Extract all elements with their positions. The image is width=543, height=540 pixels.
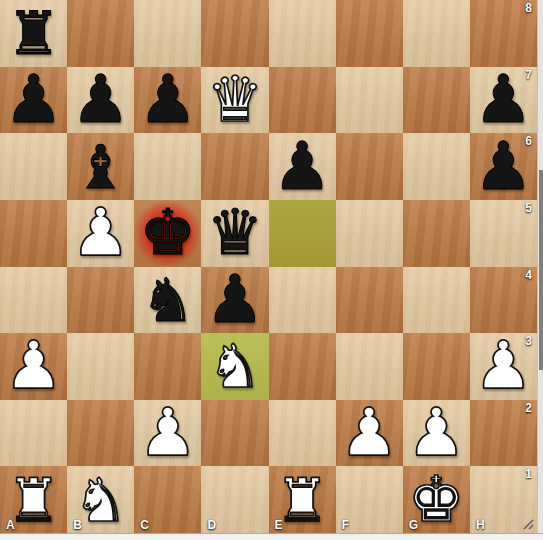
square-b1[interactable]: ♞B [67, 466, 134, 533]
square-c2[interactable]: ♟ [134, 400, 201, 467]
piece-white-pawn[interactable]: ♟ [407, 400, 466, 466]
square-f1[interactable]: F [336, 466, 403, 533]
square-g8[interactable] [403, 0, 470, 67]
square-e7[interactable] [269, 67, 336, 134]
square-c7[interactable]: ♟ [134, 67, 201, 134]
square-b2[interactable] [67, 400, 134, 467]
square-c8[interactable] [134, 0, 201, 67]
piece-white-pawn[interactable]: ♟ [474, 333, 533, 399]
square-a3[interactable]: ♟ [0, 333, 67, 400]
square-f7[interactable] [336, 67, 403, 134]
square-g3[interactable] [403, 333, 470, 400]
square-b8[interactable] [67, 0, 134, 67]
square-f6[interactable] [336, 133, 403, 200]
square-b5[interactable]: ♟ [67, 200, 134, 267]
square-c3[interactable] [134, 333, 201, 400]
piece-black-pawn[interactable]: ♟ [4, 67, 63, 133]
square-e1[interactable]: ♜E [269, 466, 336, 533]
piece-white-queen[interactable]: ♛ [207, 67, 263, 133]
piece-black-pawn[interactable]: ♟ [138, 67, 197, 133]
rank-label-1: 1 [525, 468, 532, 480]
square-b4[interactable] [67, 267, 134, 334]
piece-black-pawn[interactable]: ♟ [474, 134, 533, 200]
square-d5[interactable]: ♛ [201, 200, 268, 267]
scrollbar-thumb[interactable] [539, 170, 543, 370]
square-h1[interactable]: 1H [470, 466, 537, 533]
piece-black-pawn[interactable]: ♟ [474, 67, 533, 133]
square-d8[interactable] [201, 0, 268, 67]
piece-white-king[interactable]: ♚ [408, 467, 464, 533]
piece-black-queen[interactable]: ♛ [207, 200, 263, 266]
square-f8[interactable] [336, 0, 403, 67]
square-c1[interactable]: C [134, 466, 201, 533]
square-g6[interactable] [403, 133, 470, 200]
square-a6[interactable] [0, 133, 67, 200]
square-d1[interactable]: D [201, 466, 268, 533]
piece-black-knight[interactable]: ♞ [141, 267, 195, 333]
square-a2[interactable] [0, 400, 67, 467]
square-a4[interactable] [0, 267, 67, 334]
square-e2[interactable] [269, 400, 336, 467]
rank-label-4: 4 [525, 269, 532, 281]
piece-white-pawn[interactable]: ♟ [4, 333, 63, 399]
piece-black-pawn[interactable]: ♟ [272, 134, 331, 200]
square-d3[interactable]: ♞ [201, 333, 268, 400]
square-f3[interactable] [336, 333, 403, 400]
square-f2[interactable]: ♟ [336, 400, 403, 467]
rank-label-5: 5 [525, 202, 532, 214]
chess-board: ♜8♟♟♟♛♟7♝♟♟6♟♚♛5♞♟4♟♞♟3♟♟♟2♜A♞BCD♜EF♚G1H [0, 0, 537, 533]
rank-label-8: 8 [525, 2, 532, 14]
square-d2[interactable] [201, 400, 268, 467]
square-a5[interactable] [0, 200, 67, 267]
square-g1[interactable]: ♚G [403, 466, 470, 533]
file-label-f: F [342, 519, 349, 531]
board-resize-handle[interactable] [521, 517, 535, 531]
piece-white-rook[interactable]: ♜ [275, 467, 329, 533]
square-c5[interactable]: ♚ [134, 200, 201, 267]
square-a1[interactable]: ♜A [0, 466, 67, 533]
square-d6[interactable] [201, 133, 268, 200]
file-label-c: C [140, 519, 149, 531]
piece-black-pawn[interactable]: ♟ [71, 67, 130, 133]
square-b6[interactable]: ♝ [67, 133, 134, 200]
piece-black-rook[interactable]: ♜ [7, 0, 61, 66]
square-h3[interactable]: ♟3 [470, 333, 537, 400]
piece-white-knight[interactable]: ♞ [208, 333, 262, 399]
square-h8[interactable]: 8 [470, 0, 537, 67]
piece-white-pawn[interactable]: ♟ [340, 400, 399, 466]
file-label-d: D [207, 519, 216, 531]
square-e3[interactable] [269, 333, 336, 400]
square-f4[interactable] [336, 267, 403, 334]
square-h7[interactable]: ♟7 [470, 67, 537, 134]
piece-white-knight[interactable]: ♞ [74, 467, 128, 533]
square-b3[interactable] [67, 333, 134, 400]
square-g7[interactable] [403, 67, 470, 134]
square-h4[interactable]: 4 [470, 267, 537, 334]
rank-label-2: 2 [525, 402, 532, 414]
square-f5[interactable] [336, 200, 403, 267]
square-e4[interactable] [269, 267, 336, 334]
piece-white-pawn[interactable]: ♟ [71, 200, 130, 266]
square-a8[interactable]: ♜ [0, 0, 67, 67]
square-g5[interactable] [403, 200, 470, 267]
piece-white-rook[interactable]: ♜ [7, 467, 61, 533]
file-label-h: H [476, 519, 485, 531]
square-c4[interactable]: ♞ [134, 267, 201, 334]
piece-black-pawn[interactable]: ♟ [205, 267, 264, 333]
square-h2[interactable]: 2 [470, 400, 537, 467]
square-h6[interactable]: ♟6 [470, 133, 537, 200]
window-edge-bottom [0, 533, 543, 540]
square-d4[interactable]: ♟ [201, 267, 268, 334]
square-e6[interactable]: ♟ [269, 133, 336, 200]
piece-white-pawn[interactable]: ♟ [138, 400, 197, 466]
square-g2[interactable]: ♟ [403, 400, 470, 467]
piece-black-bishop[interactable]: ♝ [74, 134, 128, 200]
piece-black-king[interactable]: ♚ [140, 200, 196, 266]
square-e5[interactable] [269, 200, 336, 267]
square-g4[interactable] [403, 267, 470, 334]
square-d7[interactable]: ♛ [201, 67, 268, 134]
square-e8[interactable] [269, 0, 336, 67]
square-c6[interactable] [134, 133, 201, 200]
square-b7[interactable]: ♟ [67, 67, 134, 134]
square-h5[interactable]: 5 [470, 200, 537, 267]
square-a7[interactable]: ♟ [0, 67, 67, 134]
